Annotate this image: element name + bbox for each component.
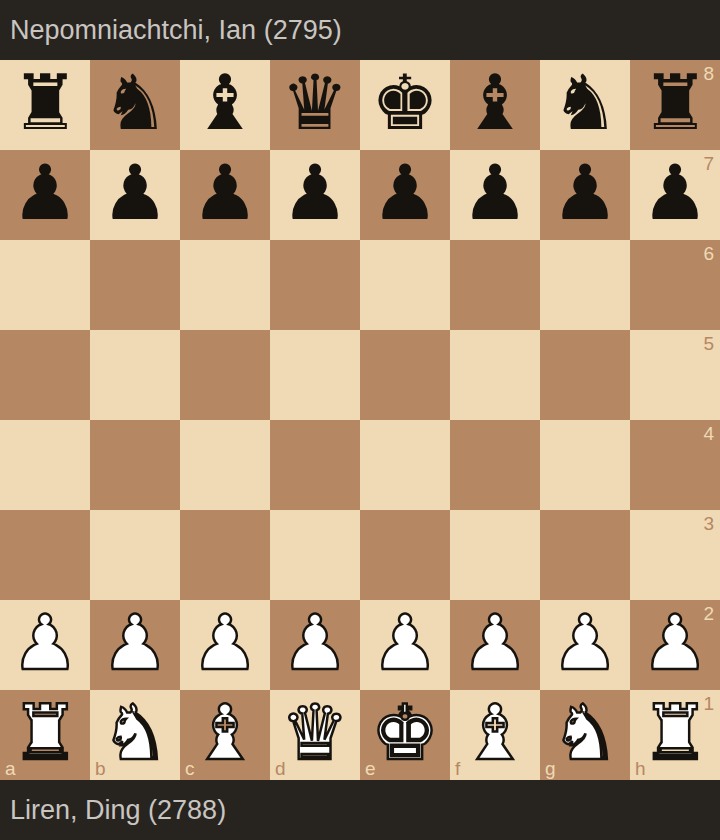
piece-white-pawn[interactable]: ♟︎ [461, 598, 529, 688]
file-label-c: c [185, 759, 195, 778]
square-b4[interactable] [90, 420, 180, 510]
square-g7[interactable]: ♟︎ [540, 150, 630, 240]
square-e6[interactable] [360, 240, 450, 330]
piece-black-pawn[interactable]: ♟︎ [11, 148, 79, 238]
piece-white-pawn[interactable]: ♟︎ [371, 598, 439, 688]
rank-label-8: 8 [703, 64, 714, 83]
piece-white-bishop[interactable]: ♝︎ [191, 688, 259, 778]
square-g2[interactable]: ♟︎ [540, 600, 630, 690]
piece-black-bishop[interactable]: ♝︎ [191, 58, 259, 148]
square-b5[interactable] [90, 330, 180, 420]
square-d8[interactable]: ♛︎ [270, 60, 360, 150]
file-label-e: e [365, 759, 376, 778]
square-a5[interactable] [0, 330, 90, 420]
piece-black-king[interactable]: ♚︎ [371, 58, 439, 148]
square-b2[interactable]: ♟︎ [90, 600, 180, 690]
square-c3[interactable] [180, 510, 270, 600]
bottom-player-name[interactable]: Liren, Ding (2788) [10, 797, 226, 824]
piece-black-rook[interactable]: ♜︎ [641, 58, 709, 148]
piece-white-king[interactable]: ♚︎ [371, 688, 439, 778]
square-f8[interactable]: ♝︎ [450, 60, 540, 150]
rank-label-7: 7 [703, 154, 714, 173]
square-g8[interactable]: ♞︎ [540, 60, 630, 150]
square-h7[interactable]: ♟︎7 [630, 150, 720, 240]
rank-label-2: 2 [703, 604, 714, 623]
square-a3[interactable] [0, 510, 90, 600]
piece-black-pawn[interactable]: ♟︎ [191, 148, 259, 238]
square-c8[interactable]: ♝︎ [180, 60, 270, 150]
piece-white-pawn[interactable]: ♟︎ [11, 598, 79, 688]
piece-black-pawn[interactable]: ♟︎ [281, 148, 349, 238]
square-e5[interactable] [360, 330, 450, 420]
top-player-name[interactable]: Nepomniachtchi, Ian (2795) [10, 17, 342, 44]
piece-black-knight[interactable]: ♞︎ [551, 58, 619, 148]
file-label-a: a [5, 759, 16, 778]
rank-label-1: 1 [703, 694, 714, 713]
square-h6[interactable]: 6 [630, 240, 720, 330]
square-c4[interactable] [180, 420, 270, 510]
piece-white-pawn[interactable]: ♟︎ [281, 598, 349, 688]
chess-board: ♜︎♞︎♝︎♛︎♚︎♝︎♞︎♜︎8♟︎♟︎♟︎♟︎♟︎♟︎♟︎♟︎76543♟︎… [0, 60, 720, 780]
square-c5[interactable] [180, 330, 270, 420]
piece-white-pawn[interactable]: ♟︎ [101, 598, 169, 688]
square-a4[interactable] [0, 420, 90, 510]
square-f5[interactable] [450, 330, 540, 420]
square-c1[interactable]: ♝︎c [180, 690, 270, 780]
square-a7[interactable]: ♟︎ [0, 150, 90, 240]
square-a8[interactable]: ♜︎ [0, 60, 90, 150]
piece-black-pawn[interactable]: ♟︎ [461, 148, 529, 238]
square-b7[interactable]: ♟︎ [90, 150, 180, 240]
piece-black-pawn[interactable]: ♟︎ [101, 148, 169, 238]
square-b1[interactable]: ♞︎b [90, 690, 180, 780]
square-b8[interactable]: ♞︎ [90, 60, 180, 150]
square-g6[interactable] [540, 240, 630, 330]
square-d5[interactable] [270, 330, 360, 420]
square-d7[interactable]: ♟︎ [270, 150, 360, 240]
piece-white-knight[interactable]: ♞︎ [101, 688, 169, 778]
rank-label-3: 3 [703, 514, 714, 533]
piece-white-queen[interactable]: ♛︎ [281, 688, 349, 778]
piece-white-knight[interactable]: ♞︎ [551, 688, 619, 778]
piece-black-pawn[interactable]: ♟︎ [371, 148, 439, 238]
square-e7[interactable]: ♟︎ [360, 150, 450, 240]
rank-label-6: 6 [703, 244, 714, 263]
piece-white-bishop[interactable]: ♝︎ [461, 688, 529, 778]
piece-white-pawn[interactable]: ♟︎ [551, 598, 619, 688]
square-h1[interactable]: ♜︎1h [630, 690, 720, 780]
square-f3[interactable] [450, 510, 540, 600]
square-b3[interactable] [90, 510, 180, 600]
piece-white-pawn[interactable]: ♟︎ [191, 598, 259, 688]
square-f6[interactable] [450, 240, 540, 330]
piece-black-rook[interactable]: ♜︎ [11, 58, 79, 148]
square-d2[interactable]: ♟︎ [270, 600, 360, 690]
square-e4[interactable] [360, 420, 450, 510]
square-g4[interactable] [540, 420, 630, 510]
square-a2[interactable]: ♟︎ [0, 600, 90, 690]
square-a1[interactable]: ♜︎a [0, 690, 90, 780]
piece-black-queen[interactable]: ♛︎ [281, 58, 349, 148]
piece-black-pawn[interactable]: ♟︎ [551, 148, 619, 238]
square-e2[interactable]: ♟︎ [360, 600, 450, 690]
square-a6[interactable] [0, 240, 90, 330]
square-c7[interactable]: ♟︎ [180, 150, 270, 240]
piece-black-pawn[interactable]: ♟︎ [641, 148, 709, 238]
rank-label-5: 5 [703, 334, 714, 353]
square-e3[interactable] [360, 510, 450, 600]
square-b6[interactable] [90, 240, 180, 330]
square-d1[interactable]: ♛︎d [270, 690, 360, 780]
square-g3[interactable] [540, 510, 630, 600]
top-player-bar: Nepomniachtchi, Ian (2795) [0, 0, 720, 60]
bottom-player-bar: Liren, Ding (2788) [0, 780, 720, 840]
file-label-g: g [545, 759, 556, 778]
file-label-h: h [635, 759, 646, 778]
file-label-b: b [95, 759, 106, 778]
square-f7[interactable]: ♟︎ [450, 150, 540, 240]
square-g5[interactable] [540, 330, 630, 420]
square-h5[interactable]: 5 [630, 330, 720, 420]
piece-black-bishop[interactable]: ♝︎ [461, 58, 529, 148]
piece-black-knight[interactable]: ♞︎ [101, 58, 169, 148]
square-e1[interactable]: ♚︎e [360, 690, 450, 780]
piece-white-rook[interactable]: ♜︎ [641, 688, 709, 778]
square-e8[interactable]: ♚︎ [360, 60, 450, 150]
square-d3[interactable] [270, 510, 360, 600]
square-d6[interactable] [270, 240, 360, 330]
square-c2[interactable]: ♟︎ [180, 600, 270, 690]
square-h4[interactable]: 4 [630, 420, 720, 510]
square-g1[interactable]: ♞︎g [540, 690, 630, 780]
file-label-f: f [455, 759, 460, 778]
rank-label-4: 4 [703, 424, 714, 443]
square-h2[interactable]: ♟︎2 [630, 600, 720, 690]
square-h8[interactable]: ♜︎8 [630, 60, 720, 150]
file-label-d: d [275, 759, 286, 778]
square-h3[interactable]: 3 [630, 510, 720, 600]
square-f2[interactable]: ♟︎ [450, 600, 540, 690]
piece-white-rook[interactable]: ♜︎ [11, 688, 79, 778]
square-f1[interactable]: ♝︎f [450, 690, 540, 780]
square-c6[interactable] [180, 240, 270, 330]
piece-white-pawn[interactable]: ♟︎ [641, 598, 709, 688]
square-f4[interactable] [450, 420, 540, 510]
square-d4[interactable] [270, 420, 360, 510]
